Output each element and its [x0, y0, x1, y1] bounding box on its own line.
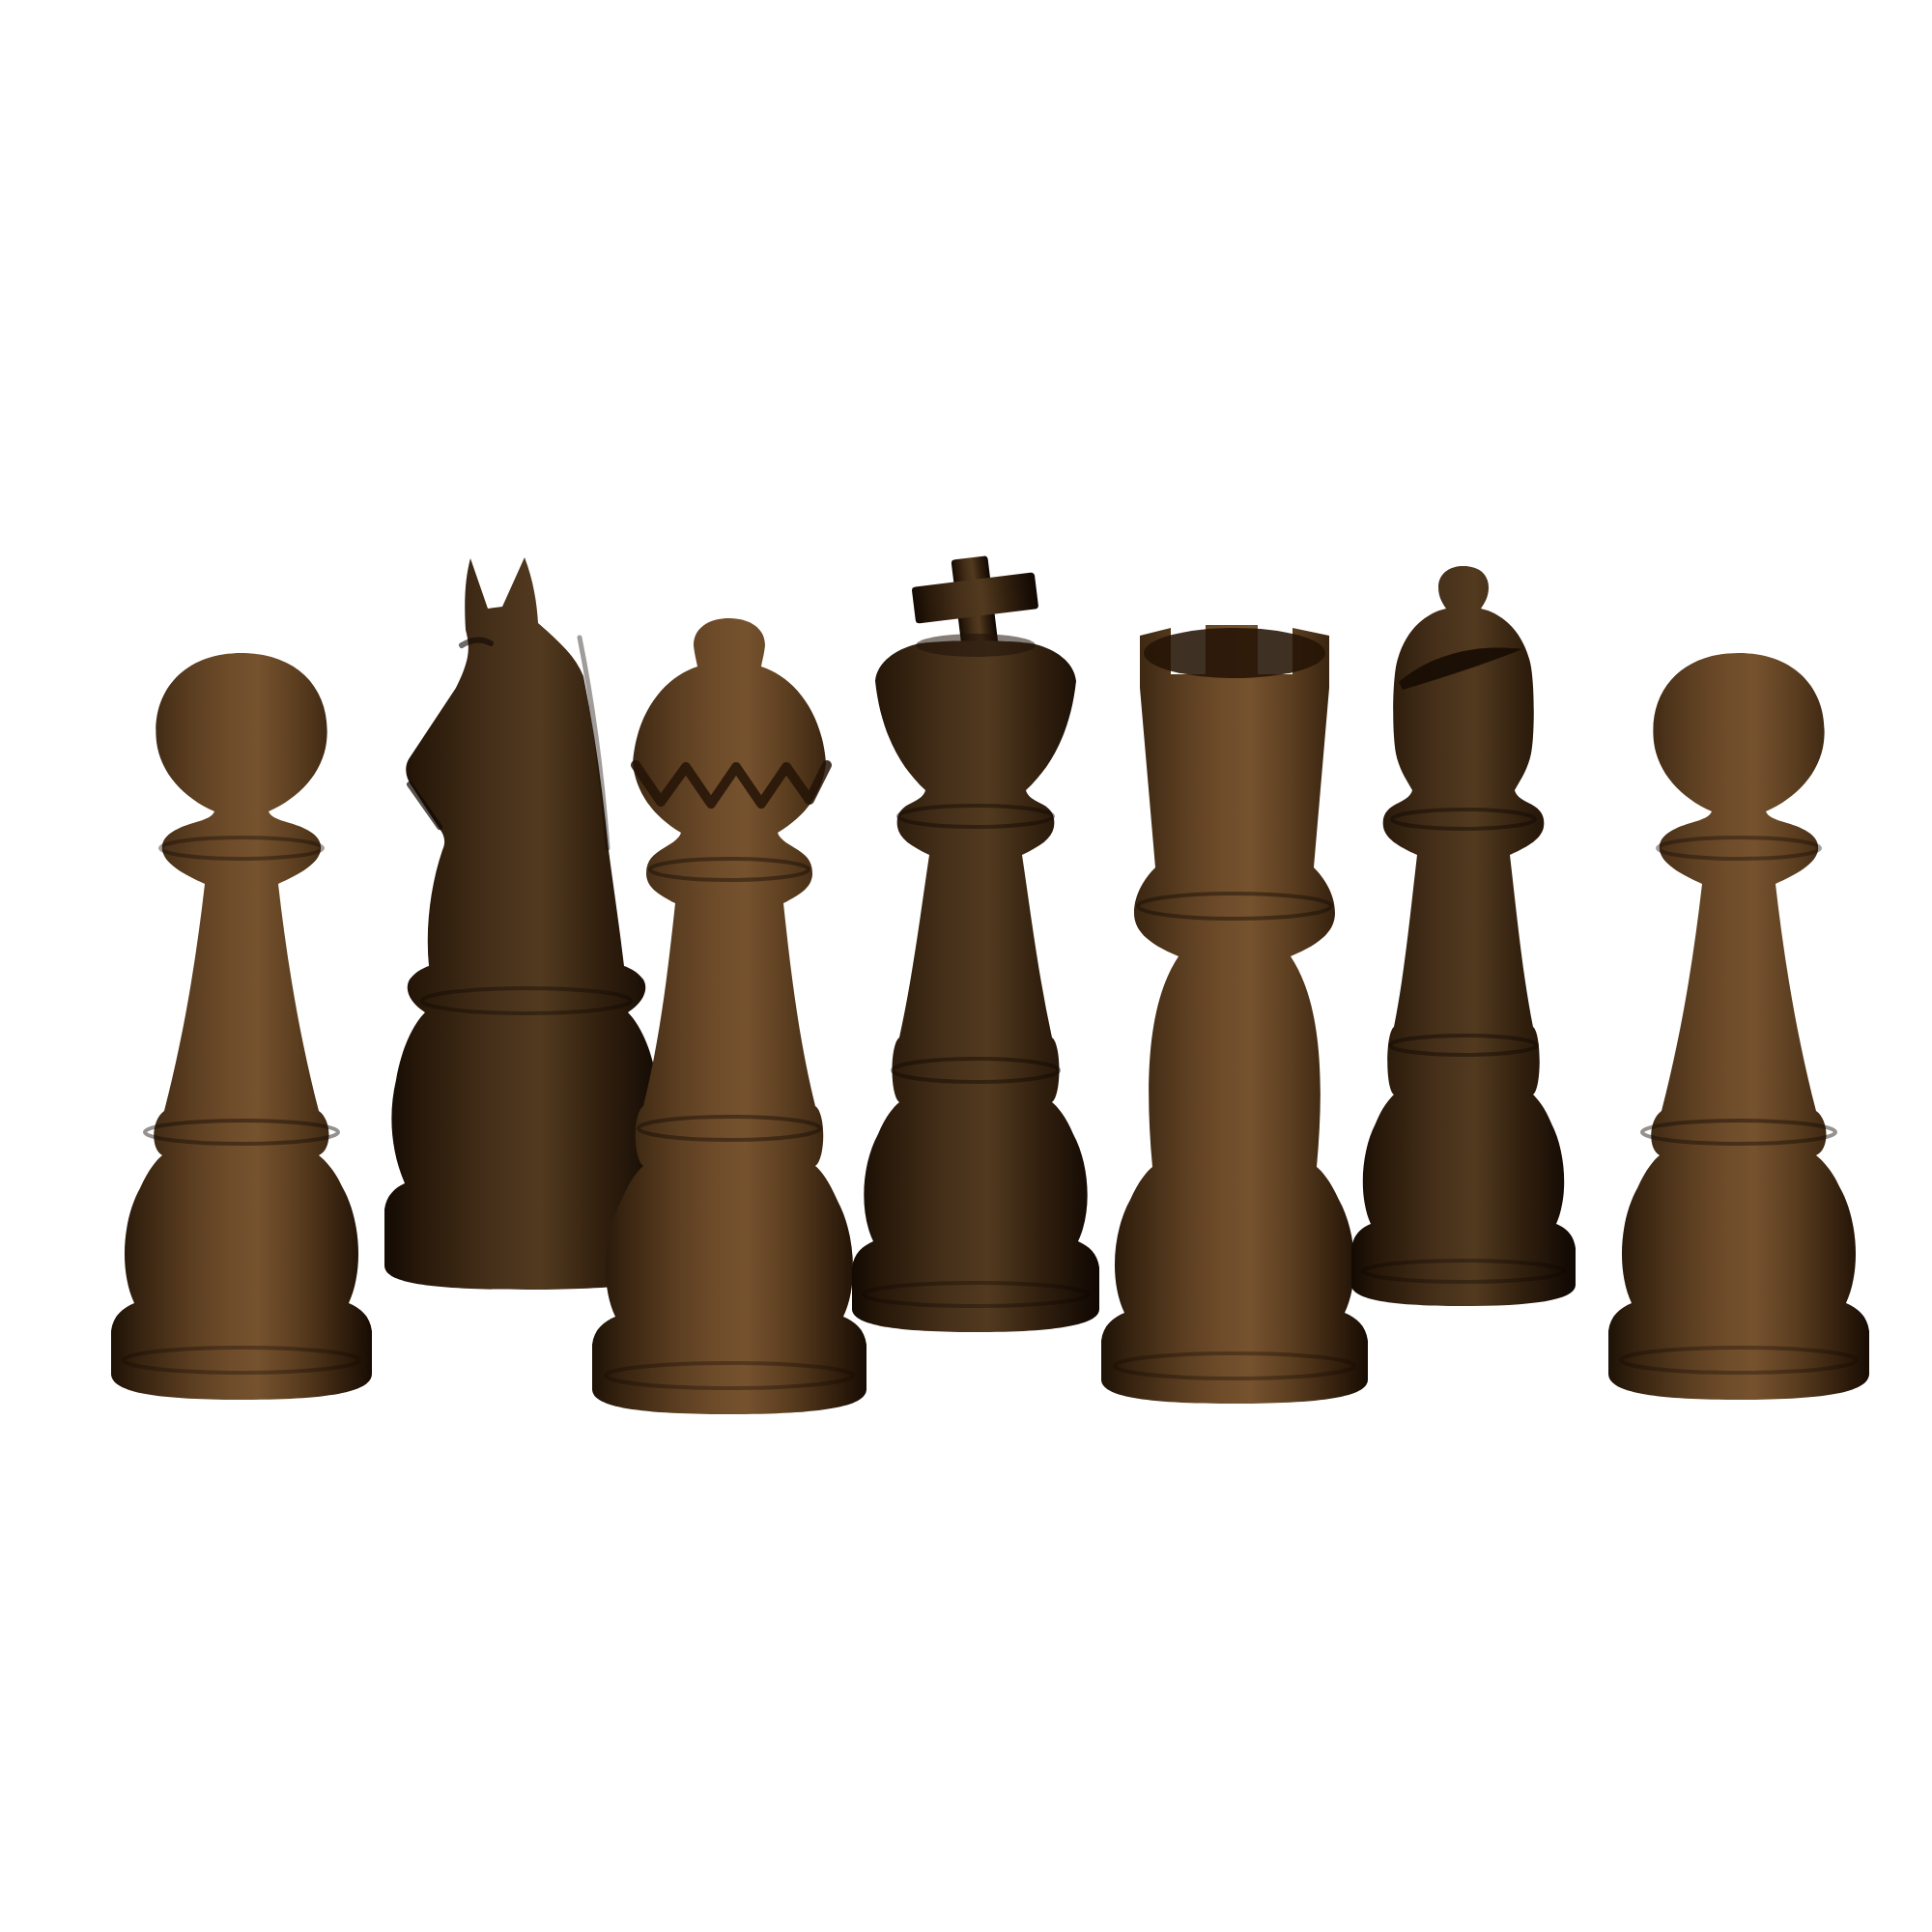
pawn-body [1608, 653, 1869, 1400]
bishop-body [1351, 566, 1576, 1306]
king-cross-horizontal [912, 572, 1039, 623]
knight-body [384, 557, 668, 1290]
chess-pieces-illustration: Pawn Knight Queen [0, 0, 1932, 1932]
piece-2-knight: Knight [384, 557, 668, 1290]
piece-4-king: King [852, 551, 1099, 1332]
piece-1-pawn: Pawn [111, 653, 372, 1400]
piece-5-rook: Rook [1101, 625, 1368, 1404]
rook-top-face [1144, 628, 1325, 678]
pawn-body [111, 653, 372, 1400]
king-plate-seam [916, 634, 1036, 657]
product-photo-canvas: Pawn Knight Queen [0, 0, 1932, 1932]
rook-body [1101, 625, 1368, 1404]
queen-body [592, 618, 867, 1414]
king-body [852, 640, 1099, 1332]
piece-3-queen: Queen [592, 618, 867, 1414]
chess-pieces-photo: Pawn Knight Queen [0, 0, 1932, 1932]
piece-7-pawn: Pawn [1608, 653, 1869, 1400]
piece-6-bishop: Bishop [1351, 566, 1576, 1306]
